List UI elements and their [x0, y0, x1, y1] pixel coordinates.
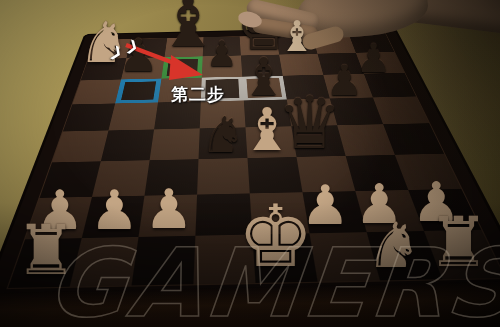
pieces-layer: ♝♚♞♟♟♟♝♟♞♝♛♟♟♟♟♟♟♜♚♞♜ [0, 0, 500, 327]
white-knight-g1[interactable]: ♞ [366, 215, 422, 278]
white-pawn-c2[interactable]: ♟ [145, 182, 194, 236]
white-pawn-b2[interactable]: ♟ [90, 183, 139, 237]
white-bishop-e4[interactable]: ♝ [241, 101, 294, 160]
white-king-e1[interactable]: ♚ [237, 195, 314, 281]
black-pawn-d7[interactable]: ♟ [206, 36, 238, 71]
chess-game-screenshot: ♝♚♞♟♟♟♝♟♞♝♛♟♟♟♟♟♟♜♚♞♜ ♝ GAMERSKY ❯ ❯ 第二步 [0, 0, 500, 327]
white-rook-h1[interactable]: ♜ [428, 207, 490, 276]
black-pawn-b7[interactable]: ♟ [118, 34, 158, 79]
black-knight-d4[interactable]: ♞ [201, 111, 246, 161]
white-rook-a1[interactable]: ♜ [16, 216, 78, 285]
